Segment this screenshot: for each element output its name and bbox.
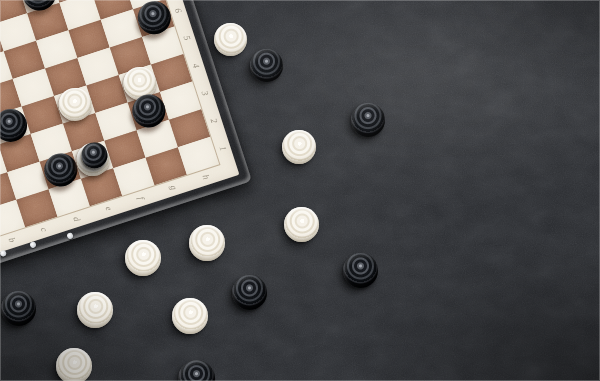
rank-label-6: 6: [173, 7, 183, 14]
loose-checker-white-1[interactable]: [214, 23, 247, 56]
rank-label-1: 1: [217, 145, 227, 152]
loose-checker-white-13[interactable]: [56, 348, 92, 381]
loose-checker-black-9[interactable]: [232, 275, 267, 310]
file-label-g: g: [168, 184, 178, 191]
file-label-c: c: [39, 226, 49, 233]
loose-checker-white-4[interactable]: [282, 130, 316, 164]
loose-checker-black-8[interactable]: [343, 253, 378, 288]
loose-checker-white-7[interactable]: [125, 240, 161, 276]
loose-checker-white-5[interactable]: [284, 207, 319, 242]
rank-label-5: 5: [182, 34, 192, 41]
board-grid: [0, 0, 219, 248]
scene: abcdefgh 12345678: [0, 0, 600, 381]
file-label-b: b: [7, 237, 17, 244]
file-label-f: f: [136, 196, 145, 201]
loose-checker-white-11[interactable]: [77, 292, 113, 328]
loose-checker-black-2[interactable]: [250, 49, 283, 82]
frame-pin-3: [66, 232, 74, 240]
file-label-d: d: [71, 216, 81, 223]
frame-pin-2: [29, 241, 37, 249]
frame-pin-1: [0, 250, 7, 258]
loose-checker-black-3[interactable]: [351, 103, 385, 137]
loose-checker-black-10[interactable]: [1, 291, 36, 326]
rank-label-4: 4: [191, 62, 201, 69]
rank-label-2: 2: [208, 117, 218, 124]
file-label-e: e: [104, 205, 114, 212]
rank-label-3: 3: [199, 89, 209, 96]
loose-checker-black-14[interactable]: [178, 360, 215, 381]
file-label-h: h: [201, 174, 211, 181]
loose-checker-white-6[interactable]: [189, 225, 225, 261]
loose-checker-white-12[interactable]: [172, 298, 208, 334]
